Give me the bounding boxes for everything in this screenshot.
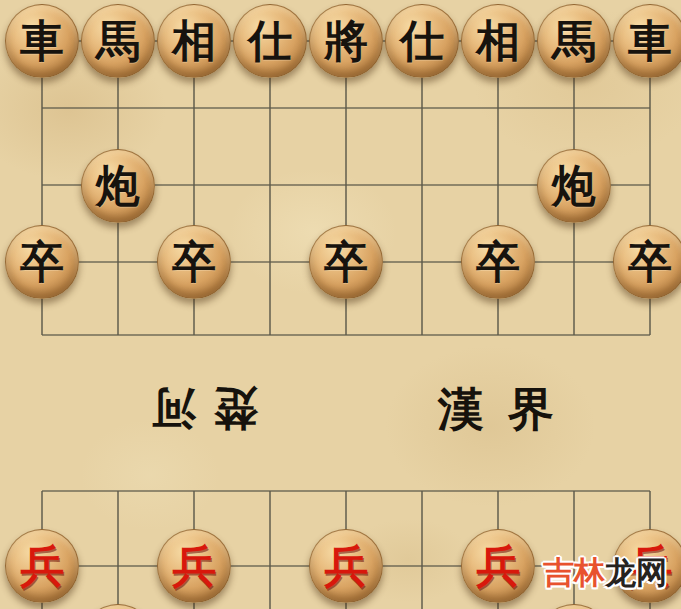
piece-glyph: 馬 — [552, 19, 596, 63]
piece-black-horse-b0[interactable]: 馬 — [81, 4, 155, 78]
piece-black-soldier-e3[interactable]: 卒 — [309, 225, 383, 299]
piece-black-cannon-h2[interactable]: 炮 — [537, 149, 611, 223]
piece-glyph: 炮 — [96, 164, 140, 208]
piece-glyph: 相 — [476, 19, 520, 63]
piece-black-soldier-a3[interactable]: 卒 — [5, 225, 79, 299]
piece-glyph: 卒 — [172, 240, 216, 284]
river-label-chu-he: 楚河 — [134, 379, 258, 438]
piece-glyph: 車 — [20, 19, 64, 63]
piece-black-soldier-c3[interactable]: 卒 — [157, 225, 231, 299]
piece-red-soldier-c6[interactable]: 兵 — [157, 529, 231, 603]
piece-glyph: 車 — [628, 19, 672, 63]
piece-glyph: 將 — [324, 19, 368, 63]
piece-glyph: 卒 — [628, 240, 672, 284]
watermark-part1: 吉林 — [543, 554, 605, 590]
board-grid — [0, 0, 681, 609]
piece-black-soldier-g3[interactable]: 卒 — [461, 225, 535, 299]
piece-glyph: 仕 — [248, 19, 292, 63]
piece-red-soldier-a6[interactable]: 兵 — [5, 529, 79, 603]
piece-glyph: 仕 — [400, 19, 444, 63]
river-label-han-jie: 漢界 — [438, 379, 578, 441]
piece-black-chariot-a0[interactable]: 車 — [5, 4, 79, 78]
piece-glyph: 兵 — [20, 544, 64, 588]
piece-black-horse-h0[interactable]: 馬 — [537, 4, 611, 78]
piece-glyph: 兵 — [324, 544, 368, 588]
piece-red-soldier-e6[interactable]: 兵 — [309, 529, 383, 603]
watermark-part2: 龙网 — [605, 554, 667, 590]
piece-black-advisor-d0[interactable]: 仕 — [233, 4, 307, 78]
piece-glyph: 卒 — [476, 240, 520, 284]
piece-glyph: 相 — [172, 19, 216, 63]
piece-glyph: 炮 — [552, 164, 596, 208]
xiangqi-board: 車馬相仕將仕相馬車炮炮卒卒卒卒卒兵兵兵兵兵炮炮 楚河 漢界 吉林龙网 — [0, 0, 681, 609]
piece-glyph: 兵 — [172, 544, 216, 588]
piece-glyph: 卒 — [324, 240, 368, 284]
piece-glyph: 馬 — [96, 19, 140, 63]
piece-black-advisor-f0[interactable]: 仕 — [385, 4, 459, 78]
piece-glyph: 卒 — [20, 240, 64, 284]
piece-red-soldier-g6[interactable]: 兵 — [461, 529, 535, 603]
piece-black-soldier-i3[interactable]: 卒 — [613, 225, 681, 299]
piece-black-elephant-g0[interactable]: 相 — [461, 4, 535, 78]
site-watermark: 吉林龙网 — [543, 552, 667, 594]
piece-black-chariot-i0[interactable]: 車 — [613, 4, 681, 78]
piece-black-elephant-c0[interactable]: 相 — [157, 4, 231, 78]
piece-glyph: 兵 — [476, 544, 520, 588]
piece-black-general-e0[interactable]: 將 — [309, 4, 383, 78]
piece-black-cannon-b2[interactable]: 炮 — [81, 149, 155, 223]
